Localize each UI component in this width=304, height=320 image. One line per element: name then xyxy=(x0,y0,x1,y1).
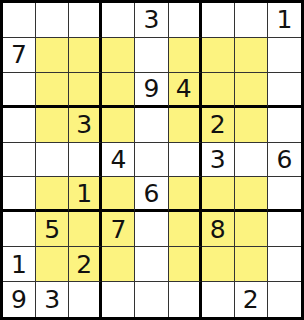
cell-r6c2[interactable] xyxy=(36,177,69,212)
cell-r7c2[interactable]: 5 xyxy=(36,212,69,247)
cell-r1c4[interactable] xyxy=(102,3,135,38)
cell-r8c3[interactable]: 2 xyxy=(69,247,102,282)
cell-r5c6[interactable] xyxy=(169,143,202,178)
cell-r6c1[interactable] xyxy=(3,177,36,212)
cell-r6c8[interactable] xyxy=(235,177,268,212)
cell-r6c7[interactable] xyxy=(202,177,235,212)
cell-r3c4[interactable] xyxy=(102,73,135,108)
cell-r9c9[interactable] xyxy=(268,282,301,317)
cell-r6c3[interactable]: 1 xyxy=(69,177,102,212)
cell-r6c5[interactable]: 6 xyxy=(135,177,168,212)
cell-r8c9[interactable] xyxy=(268,247,301,282)
cell-r2c8[interactable] xyxy=(235,38,268,73)
cell-r1c2[interactable] xyxy=(36,3,69,38)
cell-r8c8[interactable] xyxy=(235,247,268,282)
cell-r8c2[interactable] xyxy=(36,247,69,282)
cell-r2c2[interactable] xyxy=(36,38,69,73)
cell-r1c5[interactable]: 3 xyxy=(135,3,168,38)
cell-r7c8[interactable] xyxy=(235,212,268,247)
cell-r2c7[interactable] xyxy=(202,38,235,73)
cell-r4c9[interactable] xyxy=(268,108,301,143)
cell-r9c8[interactable]: 2 xyxy=(235,282,268,317)
cell-r8c6[interactable] xyxy=(169,247,202,282)
cell-r2c6[interactable] xyxy=(169,38,202,73)
cell-r7c1[interactable] xyxy=(3,212,36,247)
cell-r4c6[interactable] xyxy=(169,108,202,143)
cell-r1c3[interactable] xyxy=(69,3,102,38)
cell-r1c1[interactable] xyxy=(3,3,36,38)
cell-r7c4[interactable]: 7 xyxy=(102,212,135,247)
cell-r4c3[interactable]: 3 xyxy=(69,108,102,143)
cell-r7c3[interactable] xyxy=(69,212,102,247)
sudoku-board: 31794324361657812932 xyxy=(0,0,304,320)
cell-r4c2[interactable] xyxy=(36,108,69,143)
cell-r9c2[interactable]: 3 xyxy=(36,282,69,317)
cell-r5c2[interactable] xyxy=(36,143,69,178)
cell-r5c9[interactable]: 6 xyxy=(268,143,301,178)
cell-r2c4[interactable] xyxy=(102,38,135,73)
cell-r4c5[interactable] xyxy=(135,108,168,143)
cell-r5c3[interactable] xyxy=(69,143,102,178)
cell-r2c5[interactable] xyxy=(135,38,168,73)
cell-r2c9[interactable] xyxy=(268,38,301,73)
cell-r1c7[interactable] xyxy=(202,3,235,38)
cell-r4c7[interactable]: 2 xyxy=(202,108,235,143)
cell-r3c1[interactable] xyxy=(3,73,36,108)
cell-r5c1[interactable] xyxy=(3,143,36,178)
cell-r9c3[interactable] xyxy=(69,282,102,317)
cell-r3c7[interactable] xyxy=(202,73,235,108)
cell-r4c8[interactable] xyxy=(235,108,268,143)
cell-r8c7[interactable] xyxy=(202,247,235,282)
cell-r9c7[interactable] xyxy=(202,282,235,317)
cell-r5c5[interactable] xyxy=(135,143,168,178)
cell-r7c5[interactable] xyxy=(135,212,168,247)
cell-r7c6[interactable] xyxy=(169,212,202,247)
cell-r1c9[interactable]: 1 xyxy=(268,3,301,38)
cell-r6c9[interactable] xyxy=(268,177,301,212)
cell-r6c6[interactable] xyxy=(169,177,202,212)
cell-r3c6[interactable]: 4 xyxy=(169,73,202,108)
cell-r5c4[interactable]: 4 xyxy=(102,143,135,178)
cell-r3c9[interactable] xyxy=(268,73,301,108)
cell-r8c4[interactable] xyxy=(102,247,135,282)
cell-r8c5[interactable] xyxy=(135,247,168,282)
cell-r3c8[interactable] xyxy=(235,73,268,108)
cell-r9c6[interactable] xyxy=(169,282,202,317)
cell-r4c4[interactable] xyxy=(102,108,135,143)
cell-r8c1[interactable]: 1 xyxy=(3,247,36,282)
cell-r1c6[interactable] xyxy=(169,3,202,38)
cell-r4c1[interactable] xyxy=(3,108,36,143)
cell-r9c4[interactable] xyxy=(102,282,135,317)
cell-r9c5[interactable] xyxy=(135,282,168,317)
cell-r7c7[interactable]: 8 xyxy=(202,212,235,247)
cell-r5c8[interactable] xyxy=(235,143,268,178)
cell-r2c3[interactable] xyxy=(69,38,102,73)
cell-r9c1[interactable]: 9 xyxy=(3,282,36,317)
cell-r3c5[interactable]: 9 xyxy=(135,73,168,108)
cell-r5c7[interactable]: 3 xyxy=(202,143,235,178)
cell-r3c2[interactable] xyxy=(36,73,69,108)
cell-r3c3[interactable] xyxy=(69,73,102,108)
cell-r7c9[interactable] xyxy=(268,212,301,247)
cell-r2c1[interactable]: 7 xyxy=(3,38,36,73)
cell-r1c8[interactable] xyxy=(235,3,268,38)
cell-r6c4[interactable] xyxy=(102,177,135,212)
